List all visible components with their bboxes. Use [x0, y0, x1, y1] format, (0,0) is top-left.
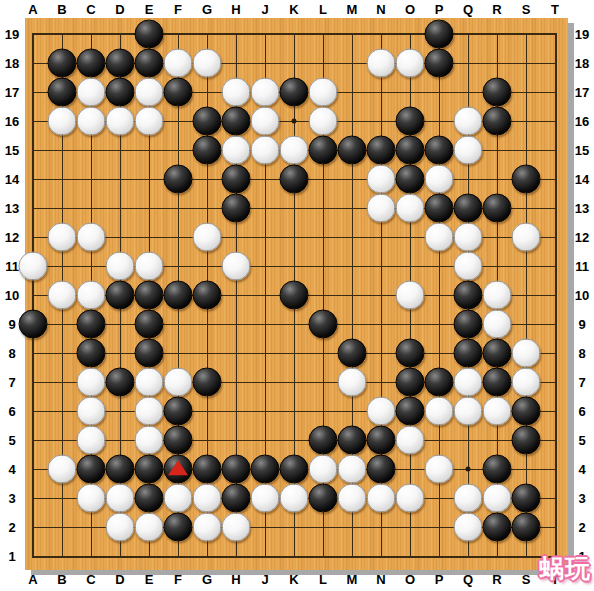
stone-black-H3[interactable]	[222, 484, 251, 513]
stone-black-N4[interactable]	[367, 455, 396, 484]
stone-white-E2[interactable]	[135, 513, 164, 542]
stone-black-O8[interactable]	[396, 339, 425, 368]
coord-label-left-3: 3	[8, 492, 15, 505]
stone-white-Q12[interactable]	[454, 223, 483, 252]
watermark: 蜗玩	[539, 552, 591, 585]
stone-white-M4[interactable]	[338, 455, 367, 484]
coord-label-bottom-S: S	[522, 573, 531, 586]
coord-label-bottom-Q: Q	[463, 573, 473, 586]
stone-black-H13[interactable]	[222, 194, 251, 223]
stone-white-J17[interactable]	[251, 78, 280, 107]
stone-black-C4[interactable]	[77, 455, 106, 484]
stone-white-N14[interactable]	[367, 165, 396, 194]
stone-white-P14[interactable]	[425, 165, 454, 194]
stone-white-D11[interactable]	[106, 252, 135, 281]
stone-black-D18[interactable]	[106, 49, 135, 78]
stone-white-N3[interactable]	[367, 484, 396, 513]
stone-white-P4[interactable]	[425, 455, 454, 484]
stone-white-Q7[interactable]	[454, 368, 483, 397]
coord-label-left-4: 4	[8, 463, 15, 476]
coord-label-top-A: A	[28, 3, 37, 16]
stone-black-F10[interactable]	[164, 281, 193, 310]
stone-black-E18[interactable]	[135, 49, 164, 78]
stone-black-B17[interactable]	[48, 78, 77, 107]
stone-white-G2[interactable]	[193, 513, 222, 542]
stone-white-L4[interactable]	[309, 455, 338, 484]
stone-black-F14[interactable]	[164, 165, 193, 194]
coord-label-left-15: 15	[5, 144, 19, 157]
coord-label-right-7: 7	[578, 376, 585, 389]
stone-white-C12[interactable]	[77, 223, 106, 252]
stone-black-G16[interactable]	[193, 107, 222, 136]
coord-label-left-14: 14	[5, 173, 19, 186]
stone-white-Q3[interactable]	[454, 484, 483, 513]
stone-black-M15[interactable]	[338, 136, 367, 165]
coord-label-right-17: 17	[575, 86, 589, 99]
stone-white-M3[interactable]	[338, 484, 367, 513]
stone-black-O6[interactable]	[396, 397, 425, 426]
stone-white-M7[interactable]	[338, 368, 367, 397]
coord-label-right-10: 10	[575, 289, 589, 302]
coord-label-left-1: 1	[8, 550, 15, 563]
stone-white-H17[interactable]	[222, 78, 251, 107]
coord-label-bottom-M: M	[347, 573, 358, 586]
coord-label-top-G: G	[202, 3, 212, 16]
coord-label-left-6: 6	[8, 405, 15, 418]
stone-black-K14[interactable]	[280, 165, 309, 194]
stone-black-E4[interactable]	[135, 455, 164, 484]
stone-white-O13[interactable]	[396, 194, 425, 223]
stone-white-Q11[interactable]	[454, 252, 483, 281]
stone-black-M8[interactable]	[338, 339, 367, 368]
coord-label-left-11: 11	[5, 260, 19, 273]
stone-white-N13[interactable]	[367, 194, 396, 223]
stone-white-K3[interactable]	[280, 484, 309, 513]
stone-white-G3[interactable]	[193, 484, 222, 513]
coord-label-right-5: 5	[578, 434, 585, 447]
stone-black-J4[interactable]	[251, 455, 280, 484]
stone-white-S12[interactable]	[512, 223, 541, 252]
stone-black-E3[interactable]	[135, 484, 164, 513]
stone-white-S7[interactable]	[512, 368, 541, 397]
stone-black-H4[interactable]	[222, 455, 251, 484]
coord-label-right-18: 18	[575, 57, 589, 70]
stone-black-Q10[interactable]	[454, 281, 483, 310]
stone-black-Q8[interactable]	[454, 339, 483, 368]
stone-black-Q9[interactable]	[454, 310, 483, 339]
coord-label-top-H: H	[231, 3, 240, 16]
stone-black-D17[interactable]	[106, 78, 135, 107]
coord-label-bottom-N: N	[376, 573, 385, 586]
coord-label-top-O: O	[405, 3, 415, 16]
coord-label-left-7: 7	[8, 376, 15, 389]
stone-black-E9[interactable]	[135, 310, 164, 339]
coord-label-right-16: 16	[575, 115, 589, 128]
stone-white-N18[interactable]	[367, 49, 396, 78]
go-board-screenshot: AA1919BB1818CC1717DD1616EE1515FF1414GG13…	[0, 0, 594, 591]
coord-label-bottom-D: D	[115, 573, 124, 586]
stone-white-Q15[interactable]	[454, 136, 483, 165]
coord-label-right-3: 3	[578, 492, 585, 505]
stone-white-C7[interactable]	[77, 368, 106, 397]
stone-black-D4[interactable]	[106, 455, 135, 484]
stone-white-R6[interactable]	[483, 397, 512, 426]
stone-white-O3[interactable]	[396, 484, 425, 513]
stone-black-L9[interactable]	[309, 310, 338, 339]
coord-label-bottom-R: R	[492, 573, 501, 586]
stone-black-R4[interactable]	[483, 455, 512, 484]
stone-white-E6[interactable]	[135, 397, 164, 426]
stone-white-Q16[interactable]	[454, 107, 483, 136]
coord-label-bottom-L: L	[319, 573, 327, 586]
stone-white-S8[interactable]	[512, 339, 541, 368]
stone-white-O10[interactable]	[396, 281, 425, 310]
stone-white-P6[interactable]	[425, 397, 454, 426]
stone-black-S5[interactable]	[512, 426, 541, 455]
coord-label-bottom-A: A	[28, 573, 37, 586]
star-point-Q4	[466, 467, 471, 472]
stone-white-Q6[interactable]	[454, 397, 483, 426]
stone-white-L17[interactable]	[309, 78, 338, 107]
coord-label-left-8: 8	[8, 347, 15, 360]
stone-white-R10[interactable]	[483, 281, 512, 310]
stone-white-R3[interactable]	[483, 484, 512, 513]
stone-black-O7[interactable]	[396, 368, 425, 397]
coord-label-right-15: 15	[575, 144, 589, 157]
coord-label-right-2: 2	[578, 521, 585, 534]
coord-label-right-6: 6	[578, 405, 585, 418]
coord-label-bottom-P: P	[435, 573, 444, 586]
stone-white-D3[interactable]	[106, 484, 135, 513]
coord-label-left-19: 19	[5, 28, 19, 41]
stone-white-B12[interactable]	[48, 223, 77, 252]
stone-white-N6[interactable]	[367, 397, 396, 426]
stone-white-E17[interactable]	[135, 78, 164, 107]
coord-label-top-C: C	[86, 3, 95, 16]
stone-black-P13[interactable]	[425, 194, 454, 223]
stone-white-C16[interactable]	[77, 107, 106, 136]
stone-black-P19[interactable]	[425, 20, 454, 49]
stone-black-Q13[interactable]	[454, 194, 483, 223]
coord-label-left-5: 5	[8, 434, 15, 447]
coord-label-top-L: L	[319, 3, 327, 16]
stone-black-P7[interactable]	[425, 368, 454, 397]
coord-label-right-9: 9	[578, 318, 585, 331]
coord-label-top-E: E	[145, 3, 154, 16]
coord-label-bottom-G: G	[202, 573, 212, 586]
stone-black-C8[interactable]	[77, 339, 106, 368]
stone-black-O14[interactable]	[396, 165, 425, 194]
stone-white-R9[interactable]	[483, 310, 512, 339]
stone-black-L3[interactable]	[309, 484, 338, 513]
stone-black-R13[interactable]	[483, 194, 512, 223]
stone-black-S6[interactable]	[512, 397, 541, 426]
stone-black-D7[interactable]	[106, 368, 135, 397]
stone-black-R2[interactable]	[483, 513, 512, 542]
coord-label-top-J: J	[261, 3, 268, 16]
stone-black-R8[interactable]	[483, 339, 512, 368]
stone-white-L16[interactable]	[309, 107, 338, 136]
stone-black-L15[interactable]	[309, 136, 338, 165]
stone-white-B16[interactable]	[48, 107, 77, 136]
stone-black-G15[interactable]	[193, 136, 222, 165]
stone-white-A11[interactable]	[19, 252, 48, 281]
coord-label-right-11: 11	[575, 260, 589, 273]
stone-white-G12[interactable]	[193, 223, 222, 252]
stone-black-L5[interactable]	[309, 426, 338, 455]
coord-label-bottom-E: E	[145, 573, 154, 586]
coord-label-top-T: T	[551, 3, 559, 16]
stone-white-H15[interactable]	[222, 136, 251, 165]
stone-white-E16[interactable]	[135, 107, 164, 136]
stone-white-Q2[interactable]	[454, 513, 483, 542]
stone-white-G18[interactable]	[193, 49, 222, 78]
coord-label-left-18: 18	[5, 57, 19, 70]
coord-label-bottom-F: F	[174, 573, 182, 586]
stone-black-K17[interactable]	[280, 78, 309, 107]
stone-black-O16[interactable]	[396, 107, 425, 136]
stone-white-F7[interactable]	[164, 368, 193, 397]
coord-label-right-4: 4	[578, 463, 585, 476]
stone-white-J3[interactable]	[251, 484, 280, 513]
stone-white-O5[interactable]	[396, 426, 425, 455]
coord-label-bottom-H: H	[231, 573, 240, 586]
coord-label-left-12: 12	[5, 231, 19, 244]
coord-label-left-17: 17	[5, 86, 19, 99]
stone-white-C10[interactable]	[77, 281, 106, 310]
stone-black-H16[interactable]	[222, 107, 251, 136]
stone-black-H14[interactable]	[222, 165, 251, 194]
stone-black-O15[interactable]	[396, 136, 425, 165]
last-move-marker-F4	[168, 460, 188, 475]
stone-black-A9[interactable]	[19, 310, 48, 339]
coord-label-left-2: 2	[8, 521, 15, 534]
stone-white-E7[interactable]	[135, 368, 164, 397]
stone-white-F18[interactable]	[164, 49, 193, 78]
stone-black-N15[interactable]	[367, 136, 396, 165]
stone-black-P15[interactable]	[425, 136, 454, 165]
stone-black-E10[interactable]	[135, 281, 164, 310]
stone-black-R17[interactable]	[483, 78, 512, 107]
coord-label-top-Q: Q	[463, 3, 473, 16]
stone-black-S2[interactable]	[512, 513, 541, 542]
stone-black-B18[interactable]	[48, 49, 77, 78]
coord-label-top-K: K	[289, 3, 298, 16]
star-point-K16	[292, 119, 297, 124]
stone-white-K15[interactable]	[280, 136, 309, 165]
stone-black-F2[interactable]	[164, 513, 193, 542]
stone-white-D2[interactable]	[106, 513, 135, 542]
coord-label-right-19: 19	[575, 28, 589, 41]
stone-black-E8[interactable]	[135, 339, 164, 368]
stone-white-H2[interactable]	[222, 513, 251, 542]
stone-black-G4[interactable]	[193, 455, 222, 484]
stone-black-F6[interactable]	[164, 397, 193, 426]
coord-label-top-M: M	[347, 3, 358, 16]
stone-white-B10[interactable]	[48, 281, 77, 310]
stone-white-E11[interactable]	[135, 252, 164, 281]
stone-black-F5[interactable]	[164, 426, 193, 455]
coord-label-right-14: 14	[575, 173, 589, 186]
stone-white-F3[interactable]	[164, 484, 193, 513]
stone-white-D16[interactable]	[106, 107, 135, 136]
coord-label-left-16: 16	[5, 115, 19, 128]
coord-label-right-8: 8	[578, 347, 585, 360]
coord-label-left-9: 9	[8, 318, 15, 331]
stone-white-C17[interactable]	[77, 78, 106, 107]
stone-black-R7[interactable]	[483, 368, 512, 397]
stone-black-F17[interactable]	[164, 78, 193, 107]
stone-white-C5[interactable]	[77, 426, 106, 455]
stone-white-C6[interactable]	[77, 397, 106, 426]
coord-label-top-N: N	[376, 3, 385, 16]
stone-white-O18[interactable]	[396, 49, 425, 78]
coord-label-bottom-B: B	[57, 573, 66, 586]
stone-black-G10[interactable]	[193, 281, 222, 310]
stone-white-H11[interactable]	[222, 252, 251, 281]
coord-label-top-F: F	[174, 3, 182, 16]
coord-label-top-S: S	[522, 3, 531, 16]
coord-label-bottom-K: K	[289, 573, 298, 586]
coord-label-bottom-O: O	[405, 573, 415, 586]
coord-label-left-13: 13	[5, 202, 19, 215]
stone-black-D10[interactable]	[106, 281, 135, 310]
stone-white-E5[interactable]	[135, 426, 164, 455]
stone-white-B4[interactable]	[48, 455, 77, 484]
stone-white-P12[interactable]	[425, 223, 454, 252]
stone-black-E19[interactable]	[135, 20, 164, 49]
coord-label-top-R: R	[492, 3, 501, 16]
stone-black-P18[interactable]	[425, 49, 454, 78]
stone-black-R16[interactable]	[483, 107, 512, 136]
stone-white-C3[interactable]	[77, 484, 106, 513]
stone-black-N5[interactable]	[367, 426, 396, 455]
stone-black-S3[interactable]	[512, 484, 541, 513]
coord-label-top-P: P	[435, 3, 444, 16]
stone-black-K10[interactable]	[280, 281, 309, 310]
coord-label-right-13: 13	[575, 202, 589, 215]
stone-black-K4[interactable]	[280, 455, 309, 484]
stone-black-G7[interactable]	[193, 368, 222, 397]
coord-label-bottom-C: C	[86, 573, 95, 586]
stone-white-J16[interactable]	[251, 107, 280, 136]
coord-label-top-B: B	[57, 3, 66, 16]
stone-black-S14[interactable]	[512, 165, 541, 194]
stone-black-C9[interactable]	[77, 310, 106, 339]
stone-black-M5[interactable]	[338, 426, 367, 455]
stone-white-J15[interactable]	[251, 136, 280, 165]
coord-label-bottom-J: J	[261, 573, 268, 586]
stone-black-C18[interactable]	[77, 49, 106, 78]
coord-label-right-12: 12	[575, 231, 589, 244]
coord-label-left-10: 10	[5, 289, 19, 302]
coord-label-top-D: D	[115, 3, 124, 16]
